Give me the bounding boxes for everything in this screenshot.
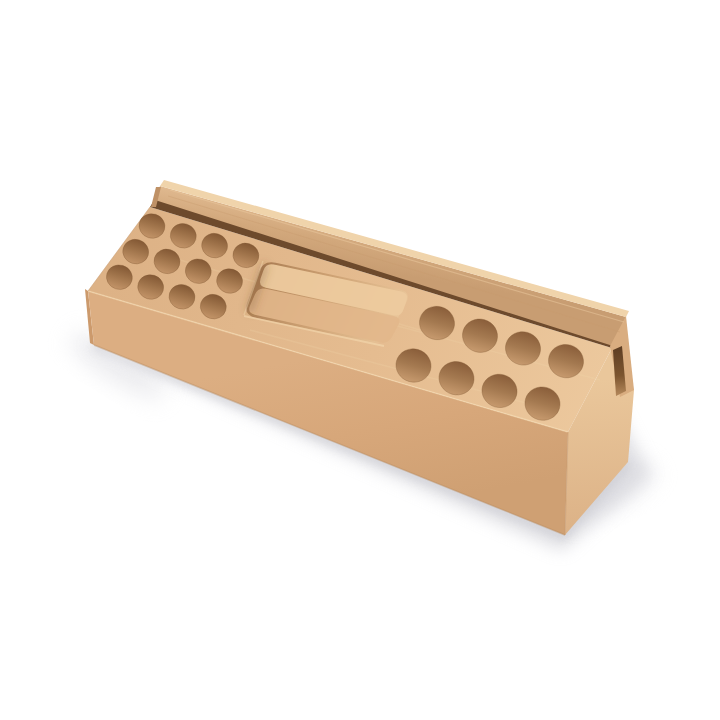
desk-organizer-scene	[0, 0, 720, 720]
product-photo	[0, 0, 720, 720]
